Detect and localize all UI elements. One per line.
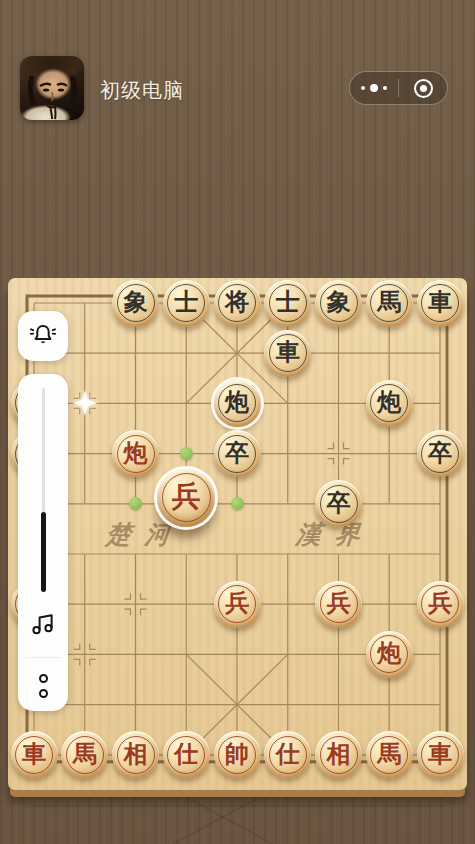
piece-red-cannon[interactable]: 炮 bbox=[366, 631, 413, 678]
piece-red-elephant[interactable]: 相 bbox=[315, 731, 362, 778]
piece-red-horse[interactable]: 馬 bbox=[366, 731, 413, 778]
piece-black-advisor[interactable]: 士 bbox=[264, 280, 311, 327]
board-grid bbox=[8, 278, 467, 790]
piece-character: 仕 bbox=[174, 738, 198, 770]
piece-character: 士 bbox=[276, 286, 300, 318]
piece-red-cannon[interactable]: 炮 bbox=[112, 430, 159, 477]
music-note-icon[interactable] bbox=[30, 612, 56, 636]
piece-black-cannon[interactable]: 炮 bbox=[214, 380, 261, 427]
piece-character: 馬 bbox=[377, 738, 401, 770]
piece-character: 兵 bbox=[225, 587, 249, 619]
exit-button[interactable] bbox=[399, 72, 447, 104]
ringing-bell-icon bbox=[27, 322, 59, 350]
piece-character: 車 bbox=[428, 738, 452, 770]
piece-red-soldier[interactable]: 兵 bbox=[214, 581, 261, 628]
piece-black-general[interactable]: 将 bbox=[214, 280, 261, 327]
volume-slider-handle[interactable] bbox=[41, 512, 46, 592]
volume-track[interactable] bbox=[42, 388, 45, 512]
piece-black-advisor[interactable]: 士 bbox=[163, 280, 210, 327]
piece-red-chariot[interactable]: 車 bbox=[417, 731, 464, 778]
piece-character: 相 bbox=[327, 738, 351, 770]
piece-red-soldier[interactable]: 兵 bbox=[315, 581, 362, 628]
last-move-origin-sparkle bbox=[71, 389, 99, 417]
piece-character: 象 bbox=[327, 286, 351, 318]
piece-character: 炮 bbox=[124, 437, 148, 469]
piece-black-elephant[interactable]: 象 bbox=[112, 280, 159, 327]
piece-black-soldier[interactable]: 卒 bbox=[214, 430, 261, 477]
piece-character: 炮 bbox=[377, 386, 401, 418]
panel-divider bbox=[25, 657, 61, 658]
piece-character: 卒 bbox=[225, 437, 249, 469]
target-circle-icon bbox=[414, 79, 433, 98]
avatar-face-art bbox=[20, 56, 84, 120]
piece-character: 馬 bbox=[73, 738, 97, 770]
piece-character: 兵 bbox=[172, 477, 201, 517]
piece-character: 卒 bbox=[327, 487, 351, 519]
piece-red-elephant[interactable]: 相 bbox=[112, 731, 159, 778]
background-etching bbox=[8, 790, 467, 844]
piece-character: 仕 bbox=[276, 738, 300, 770]
volume-panel bbox=[18, 374, 68, 711]
piece-black-chariot[interactable]: 車 bbox=[417, 280, 464, 327]
move-hint-dot[interactable] bbox=[231, 497, 244, 510]
opponent-avatar bbox=[20, 56, 84, 120]
more-dot bbox=[361, 86, 365, 90]
piece-character: 炮 bbox=[225, 386, 249, 418]
xiangqi-board[interactable]: 楚河 漢界 象士将士象馬車車馬炮炮卒炮卒卒兵卒兵兵兵兵炮車馬相仕帥仕相馬車 bbox=[8, 278, 467, 790]
piece-character: 馬 bbox=[377, 286, 401, 318]
piece-red-general[interactable]: 帥 bbox=[214, 731, 261, 778]
piece-character: 士 bbox=[174, 286, 198, 318]
two-dots-handle[interactable] bbox=[39, 674, 48, 683]
piece-character: 車 bbox=[276, 336, 300, 368]
piece-black-chariot[interactable]: 車 bbox=[264, 330, 311, 377]
piece-black-elephant[interactable]: 象 bbox=[315, 280, 362, 327]
piece-black-horse[interactable]: 馬 bbox=[366, 280, 413, 327]
header: 初级电脑 bbox=[0, 0, 475, 140]
bell-button[interactable] bbox=[18, 311, 68, 361]
piece-character: 卒 bbox=[428, 437, 452, 469]
piece-red-soldier[interactable]: 兵 bbox=[417, 581, 464, 628]
piece-red-advisor[interactable]: 仕 bbox=[163, 731, 210, 778]
miniprogram-capsule bbox=[349, 71, 448, 105]
more-menu-button[interactable] bbox=[350, 72, 398, 104]
more-dot bbox=[370, 84, 378, 92]
opponent-name: 初级电脑 bbox=[100, 77, 184, 104]
piece-character: 将 bbox=[225, 286, 249, 318]
piece-character: 帥 bbox=[225, 738, 249, 770]
piece-character: 兵 bbox=[327, 587, 351, 619]
piece-character: 車 bbox=[428, 286, 452, 318]
piece-character: 車 bbox=[22, 738, 46, 770]
piece-character: 象 bbox=[124, 286, 148, 318]
move-hint-dot[interactable] bbox=[180, 447, 193, 460]
piece-red-soldier[interactable]: 兵 bbox=[157, 469, 215, 527]
piece-black-cannon[interactable]: 炮 bbox=[366, 380, 413, 427]
more-dot bbox=[383, 86, 387, 90]
piece-character: 相 bbox=[124, 738, 148, 770]
two-dots-handle[interactable] bbox=[39, 689, 48, 698]
piece-black-soldier[interactable]: 卒 bbox=[315, 480, 362, 527]
piece-red-chariot[interactable]: 車 bbox=[11, 731, 58, 778]
xiangqi-app: { "game": "xiangqi", "position": { "fen"… bbox=[0, 0, 475, 844]
piece-character: 炮 bbox=[377, 637, 401, 669]
piece-character: 兵 bbox=[428, 587, 452, 619]
piece-black-soldier[interactable]: 卒 bbox=[417, 430, 464, 477]
